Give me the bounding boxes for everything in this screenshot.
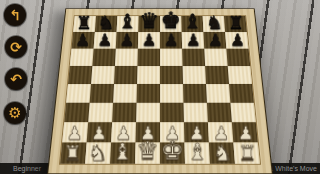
undo-button[interactable]: ↰	[4, 4, 26, 26]
square-b5[interactable]	[91, 66, 115, 84]
piece-white-bishop[interactable]: ♝	[110, 141, 135, 164]
settings-button[interactable]: ⚙	[4, 102, 26, 124]
square-b7[interactable]: ♟	[94, 32, 117, 49]
chess-app-screen: Beginner 1 White's Move ♜♞♝♛♚♝♞♜♟♟♟♟♟♟♟♟…	[0, 0, 320, 174]
piece-white-knight[interactable]: ♞	[85, 142, 110, 164]
square-f3[interactable]	[183, 103, 207, 123]
square-g5[interactable]	[205, 66, 229, 84]
square-c4[interactable]	[113, 84, 137, 103]
undo-icon: ↰	[9, 8, 21, 22]
square-d1[interactable]: ♛	[135, 143, 160, 164]
square-g4[interactable]	[206, 84, 230, 103]
square-e4[interactable]	[160, 84, 183, 103]
move-turn-label: 1 White's Move	[269, 163, 317, 174]
square-h7[interactable]: ♟	[225, 32, 248, 49]
piece-white-rook[interactable]: ♜	[60, 143, 85, 164]
piece-black-pawn[interactable]: ♟	[226, 32, 248, 48]
piece-black-pawn[interactable]: ♟	[138, 32, 160, 48]
difficulty-label: Beginner	[13, 163, 41, 174]
piece-white-bishop[interactable]: ♝	[185, 141, 210, 164]
board-frame: ♜♞♝♛♚♝♞♜♟♟♟♟♟♟♟♟♟♟♟♟♟♟♟♟♜♞♝♛♚♝♞♜	[47, 8, 273, 174]
square-f4[interactable]	[183, 84, 207, 103]
square-c6[interactable]	[115, 49, 138, 66]
chess-board: ♜♞♝♛♚♝♞♜♟♟♟♟♟♟♟♟♟♟♟♟♟♟♟♟♜♞♝♛♚♝♞♜	[47, 8, 273, 174]
square-d7[interactable]: ♟	[138, 32, 160, 49]
square-d5[interactable]	[137, 66, 160, 84]
piece-white-pawn[interactable]: ♟	[233, 125, 257, 143]
square-e6[interactable]	[160, 49, 183, 66]
square-b1[interactable]: ♞	[85, 143, 111, 164]
redo-icon: ↶	[10, 72, 22, 86]
piece-black-king[interactable]: ♚	[160, 9, 182, 32]
gear-icon: ⚙	[8, 106, 21, 121]
square-a6[interactable]	[70, 49, 94, 66]
square-d3[interactable]	[136, 103, 160, 123]
piece-black-rook[interactable]: ♜	[73, 14, 95, 32]
square-f5[interactable]	[183, 66, 206, 84]
square-b4[interactable]	[90, 84, 114, 103]
square-g1[interactable]: ♞	[209, 143, 235, 164]
piece-white-rook[interactable]: ♜	[235, 143, 260, 164]
piece-white-king[interactable]: ♚	[160, 138, 185, 164]
piece-white-pawn[interactable]: ♟	[62, 125, 86, 143]
piece-black-rook[interactable]: ♜	[225, 14, 247, 32]
piece-black-pawn[interactable]: ♟	[204, 32, 226, 48]
restart-icon: ⟳	[10, 40, 22, 54]
square-a7[interactable]: ♟	[71, 32, 94, 49]
square-a5[interactable]	[68, 66, 92, 84]
piece-black-pawn[interactable]: ♟	[71, 32, 93, 48]
square-g7[interactable]: ♟	[203, 32, 226, 49]
square-h1[interactable]: ♜	[233, 143, 260, 164]
square-a4[interactable]	[66, 84, 91, 103]
piece-black-pawn[interactable]: ♟	[182, 32, 204, 48]
square-d6[interactable]	[137, 49, 160, 66]
square-f1[interactable]: ♝	[184, 143, 210, 164]
square-h6[interactable]	[226, 49, 250, 66]
square-c7[interactable]: ♟	[116, 32, 139, 49]
square-d4[interactable]	[137, 84, 160, 103]
square-c3[interactable]	[112, 103, 136, 123]
square-e7[interactable]: ♟	[160, 32, 182, 49]
square-b3[interactable]	[88, 103, 113, 123]
piece-black-bishop[interactable]: ♝	[182, 12, 204, 32]
square-e1[interactable]: ♚	[160, 143, 185, 164]
piece-black-knight[interactable]: ♞	[203, 13, 225, 32]
redo-button[interactable]: ↶	[5, 68, 27, 90]
square-g6[interactable]	[204, 49, 227, 66]
square-e3[interactable]	[160, 103, 184, 123]
square-c5[interactable]	[114, 66, 137, 84]
square-h5[interactable]	[228, 66, 252, 84]
square-h4[interactable]	[229, 84, 254, 103]
piece-black-bishop[interactable]: ♝	[117, 12, 139, 32]
square-h3[interactable]	[230, 103, 255, 123]
board-squares: ♜♞♝♛♚♝♞♜♟♟♟♟♟♟♟♟♟♟♟♟♟♟♟♟♜♞♝♛♚♝♞♜	[60, 16, 260, 164]
square-a1[interactable]: ♜	[60, 143, 87, 164]
restart-button[interactable]: ⟳	[5, 36, 27, 58]
square-g3[interactable]	[207, 103, 232, 123]
piece-white-queen[interactable]: ♛	[135, 139, 160, 164]
square-h2[interactable]: ♟	[232, 122, 258, 142]
square-b6[interactable]	[92, 49, 115, 66]
square-f6[interactable]	[182, 49, 205, 66]
square-f7[interactable]: ♟	[182, 32, 205, 49]
piece-black-knight[interactable]: ♞	[95, 13, 117, 32]
square-c1[interactable]: ♝	[110, 143, 136, 164]
piece-white-knight[interactable]: ♞	[210, 142, 235, 164]
piece-black-pawn[interactable]: ♟	[116, 32, 138, 48]
square-a3[interactable]	[64, 103, 89, 123]
piece-black-pawn[interactable]: ♟	[94, 32, 116, 48]
piece-black-queen[interactable]: ♛	[138, 10, 160, 32]
square-a2[interactable]: ♟	[62, 122, 88, 142]
piece-black-pawn[interactable]: ♟	[160, 32, 182, 48]
square-e5[interactable]	[160, 66, 183, 84]
